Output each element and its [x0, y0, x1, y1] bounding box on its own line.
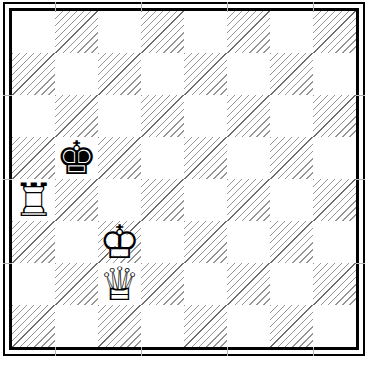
frame-seam-tick [141, 2, 142, 11]
frame-seam-tick [356, 263, 365, 264]
square-d2 [141, 263, 184, 305]
square-h1 [313, 305, 356, 347]
square-d7 [141, 53, 184, 95]
square-h2 [313, 263, 356, 305]
square-a6 [12, 95, 55, 137]
square-g5 [270, 137, 313, 179]
frame-seam-tick [55, 2, 56, 11]
square-h6 [313, 95, 356, 137]
chess-board: ♚♚♜♖♚♔♛♕ [9, 8, 359, 350]
square-f1 [227, 305, 270, 347]
square-h8 [313, 11, 356, 53]
square-d4 [141, 179, 184, 221]
piece-glyph: ♕ [98, 263, 141, 305]
frame-seam-tick [141, 347, 142, 356]
square-c2: ♛♕ [98, 263, 141, 305]
square-g1 [270, 305, 313, 347]
square-f2 [227, 263, 270, 305]
square-c7 [98, 53, 141, 95]
piece-glyph: ♖ [12, 179, 55, 221]
square-f3 [227, 221, 270, 263]
black-king-piece: ♚♚ [55, 137, 98, 179]
square-e4 [184, 179, 227, 221]
square-a1 [12, 305, 55, 347]
square-a2 [12, 263, 55, 305]
frame-seam-tick [55, 347, 56, 356]
square-g2 [270, 263, 313, 305]
screenshot-canvas: { "game": "chess", "board_orientation": … [0, 0, 369, 367]
frame-seam-tick [227, 347, 228, 356]
square-g3 [270, 221, 313, 263]
square-c1 [98, 305, 141, 347]
square-d3 [141, 221, 184, 263]
square-g8 [270, 11, 313, 53]
square-f8 [227, 11, 270, 53]
square-a8 [12, 11, 55, 53]
square-d8 [141, 11, 184, 53]
square-f4 [227, 179, 270, 221]
square-e2 [184, 263, 227, 305]
square-b1 [55, 305, 98, 347]
square-b3 [55, 221, 98, 263]
frame-seam-tick [3, 95, 12, 96]
board-frame: ♚♚♜♖♚♔♛♕ [3, 2, 365, 356]
square-d5 [141, 137, 184, 179]
square-d1 [141, 305, 184, 347]
square-e7 [184, 53, 227, 95]
frame-seam-tick [313, 2, 314, 11]
chess-diagram: ♚♚♜♖♚♔♛♕ [3, 2, 365, 356]
piece-glyph: ♚ [55, 137, 98, 179]
square-h4 [313, 179, 356, 221]
square-h5 [313, 137, 356, 179]
square-e8 [184, 11, 227, 53]
square-b7 [55, 53, 98, 95]
white-rook-piece: ♜♖ [12, 179, 55, 221]
square-a4: ♜♖ [12, 179, 55, 221]
square-e1 [184, 305, 227, 347]
square-e3 [184, 221, 227, 263]
square-e5 [184, 137, 227, 179]
square-e6 [184, 95, 227, 137]
square-b5: ♚♚ [55, 137, 98, 179]
frame-seam-tick [3, 179, 12, 180]
square-g4 [270, 179, 313, 221]
white-queen-piece: ♛♕ [98, 263, 141, 305]
square-a7 [12, 53, 55, 95]
square-f7 [227, 53, 270, 95]
square-g6 [270, 95, 313, 137]
square-c6 [98, 95, 141, 137]
square-g7 [270, 53, 313, 95]
frame-seam-tick [227, 2, 228, 11]
square-b2 [55, 263, 98, 305]
square-d6 [141, 95, 184, 137]
square-b8 [55, 11, 98, 53]
frame-seam-tick [3, 263, 12, 264]
square-h3 [313, 221, 356, 263]
frame-seam-tick [356, 95, 365, 96]
square-f5 [227, 137, 270, 179]
frame-seam-tick [313, 347, 314, 356]
square-f6 [227, 95, 270, 137]
frame-seam-tick [356, 179, 365, 180]
square-b4 [55, 179, 98, 221]
square-c5 [98, 137, 141, 179]
square-c8 [98, 11, 141, 53]
square-a3 [12, 221, 55, 263]
square-h7 [313, 53, 356, 95]
